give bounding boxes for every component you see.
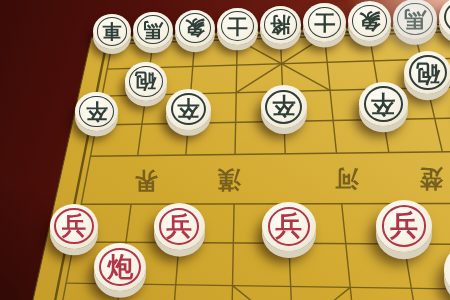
river-text-char: 楚 [419,165,444,193]
river-text-char: 界 [134,167,159,195]
piece-character: 車 [102,22,121,41]
piece-ring: 兵 [159,208,200,246]
piece-black-general-f5r0[interactable]: 將 [260,6,301,44]
piece-ring: 車 [97,17,128,45]
piece-black-cannon-f2r2[interactable]: 砲 [125,62,167,101]
piece-character: 兵 [390,212,418,241]
piece-ring: 卒 [171,93,207,126]
piece-character: 卒 [86,101,107,122]
river-text-char: 漢 [217,166,242,194]
piece-ring: 卒 [364,86,403,122]
piece-black-soldier-f3r3[interactable]: 卒 [166,89,211,130]
piece-character: 兵 [276,213,303,240]
piece-black-advisor-f4r0[interactable]: 士 [217,8,258,45]
piece-black-advisor-f6r0[interactable]: 士 [303,3,345,42]
piece-character: 象 [359,10,381,32]
piece-character: 卒 [371,92,395,116]
piece-red-soldier-f3r6[interactable]: 兵 [154,203,205,250]
piece-red-soldier-f1r6[interactable]: 兵 [50,204,99,249]
piece-ring: 炮 [99,248,141,286]
piece-ring: 士 [308,7,342,38]
piece-red-soldier-f7r6[interactable]: 兵 [376,200,432,251]
piece-character: 兵 [62,214,86,239]
piece-ring: 象 [179,13,211,42]
piece-character: 炮 [107,254,133,281]
piece-black-elephant-f7r0[interactable]: 象 [348,1,391,41]
piece-character: 卒 [272,95,295,118]
piece-black-cannon-f8r2[interactable]: 砲 [404,51,450,95]
river-text-char: 河 [335,165,360,193]
piece-black-soldier-f5r3[interactable]: 卒 [261,85,307,128]
piece-ring: 卒 [79,96,113,128]
piece-ring: 將 [264,9,297,40]
piece-ring: 車 [444,1,450,34]
piece-ring: 士 [221,11,254,41]
piece-character: 將 [270,14,291,35]
piece-black-soldier-f1r3[interactable]: 卒 [75,92,118,131]
piece-ring: 象 [352,5,386,37]
piece-ring: 兵 [54,208,93,244]
piece-ring: 砲 [409,55,447,90]
piece-ring: 馬 [397,3,432,35]
piece-character: 砲 [416,61,440,85]
piece-red-soldier-f5r6[interactable]: 兵 [262,202,315,251]
piece-character: 卒 [177,98,199,120]
piece-character: 士 [227,16,247,36]
piece-character: 馬 [404,8,426,30]
piece-character: 士 [314,12,335,33]
piece-character: 馬 [143,20,163,40]
piece-ring: 馬 [137,15,168,44]
xiangqi-board[interactable]: 楚河漢界 [0,0,450,300]
piece-black-elephant-f3r0[interactable]: 象 [175,10,215,47]
piece-black-horse-f8r0[interactable]: 馬 [393,0,437,39]
piece-ring: 卒 [265,90,302,124]
piece-character: 象 [185,18,205,38]
piece-black-soldier-f7r3[interactable]: 卒 [359,82,407,126]
piece-character: 砲 [135,71,156,92]
xiangqi-photo-frame: 楚河漢界 車馬象士將士象馬車砲砲卒卒卒卒卒兵兵兵兵兵炮炮車馬相仕帥仕相馬車 [0,0,450,300]
piece-ring: 兵 [382,205,427,246]
piece-ring: 砲 [129,66,163,97]
piece-ring: 兵 [268,207,311,246]
piece-black-horse-f2r0[interactable]: 馬 [133,12,172,48]
piece-character: 兵 [166,213,192,239]
